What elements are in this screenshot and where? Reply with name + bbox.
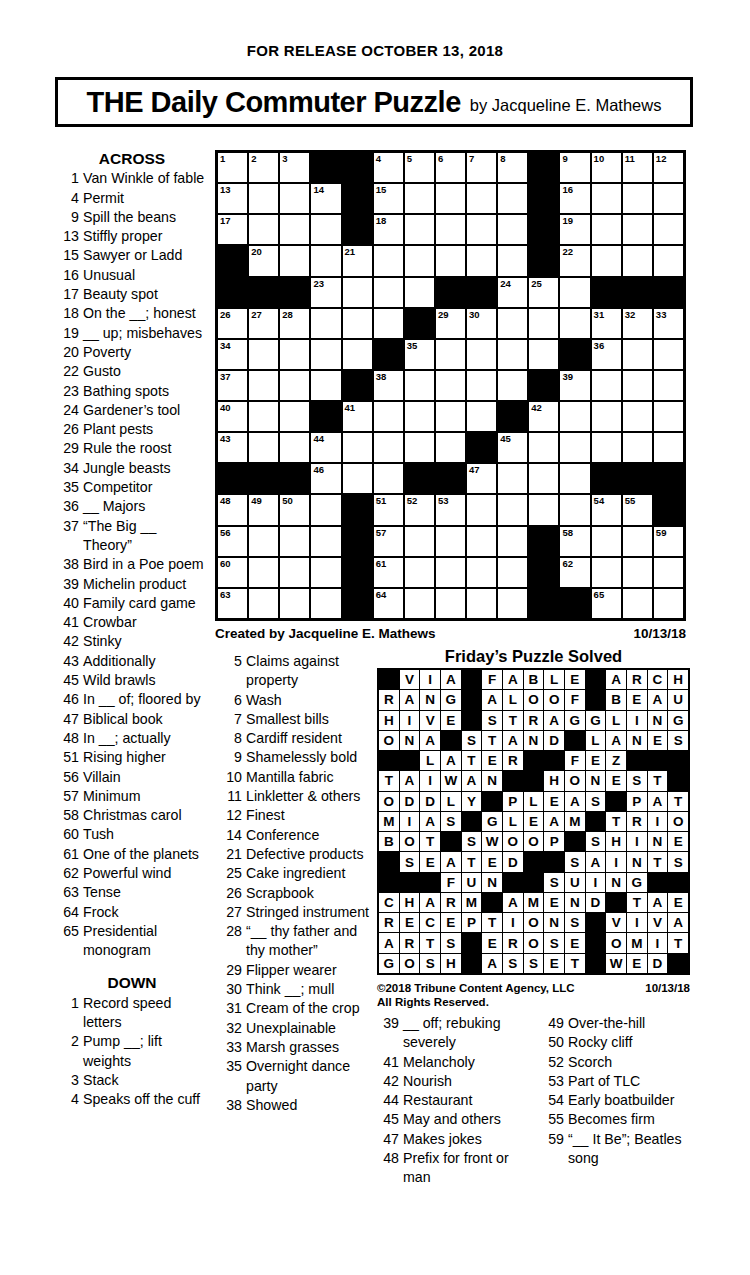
grid-cell[interactable] [436,184,465,213]
grid-cell[interactable]: 46 [311,464,340,493]
clue-number: 31 [220,999,242,1018]
grid-cell[interactable] [280,402,309,431]
grid-cell: A [648,893,668,912]
grid-cell[interactable]: 29 [436,309,465,338]
clue-number: 43 [57,652,79,671]
clue-number: 16 [57,266,79,285]
grid-cell[interactable]: 57 [374,527,403,556]
grid-cell[interactable]: 2 [249,153,278,182]
grid-cell[interactable]: 65 [592,589,621,618]
grid-cell[interactable]: 38 [374,371,403,400]
grid-cell[interactable] [436,402,465,431]
grid-cell[interactable]: 15 [374,184,403,213]
grid-cell[interactable] [560,278,589,307]
grid-cell[interactable] [374,309,403,338]
clue-text: Cream of the crop [246,999,373,1018]
clue-number: 34 [57,459,79,478]
black-cell [648,873,668,892]
grid-cell[interactable] [280,558,309,587]
grid-cell[interactable]: 9 [560,153,589,182]
grid-cell[interactable]: 28 [280,309,309,338]
grid-cell[interactable] [249,527,278,556]
grid-cell[interactable] [249,215,278,244]
grid-cell: N [544,913,564,932]
grid-cell: C [379,893,399,912]
grid-cell[interactable] [280,184,309,213]
clue-number: 9 [220,748,242,767]
grid-cell[interactable] [280,246,309,275]
cell-number: 46 [313,464,324,475]
grid-cell[interactable] [467,371,496,400]
grid-cell[interactable] [529,464,558,493]
grid-cell[interactable]: 16 [560,184,589,213]
grid-cell[interactable] [436,340,465,369]
down-clue-list-middle: 5Claims against property6Wash7Smallest b… [220,652,373,1115]
clue-number: 23 [57,382,79,401]
grid-cell[interactable] [498,215,527,244]
grid-cell: E [627,954,647,973]
grid-cell: I [606,852,626,871]
grid-cell[interactable]: 26 [218,309,247,338]
black-cell [586,812,606,831]
grid-cell[interactable] [311,527,340,556]
grid-cell[interactable] [623,402,652,431]
clue-row: 48Prefix for front or man [377,1149,535,1188]
grid-cell[interactable] [592,527,621,556]
grid-cell[interactable] [498,558,527,587]
grid-cell: D [586,893,606,912]
grid-cell[interactable]: 24 [498,278,527,307]
grid-cell: M [565,812,585,831]
clue-number: 3 [57,1071,79,1090]
grid-cell[interactable]: 3 [280,153,309,182]
clue-text: Overnight dance party [246,1057,373,1096]
grid-cell[interactable] [623,340,652,369]
clue-row: 44Restaurant [377,1091,535,1110]
clue-text: Tense [83,883,207,902]
clue-number: 45 [57,671,79,690]
grid-cell[interactable] [343,340,372,369]
grid-cell: S [668,731,688,750]
grid-cell[interactable] [436,558,465,587]
grid-cell[interactable] [311,340,340,369]
grid-cell[interactable] [467,527,496,556]
grid-cell[interactable] [592,246,621,275]
grid-cell[interactable]: 13 [218,184,247,213]
grid-cell: E [420,852,440,871]
grid-cell: P [544,832,564,851]
grid-cell[interactable] [405,402,434,431]
grid-cell[interactable] [436,589,465,618]
grid-cell[interactable] [529,433,558,462]
grid-cell[interactable]: 50 [280,495,309,524]
clue-text: Gardener’s tool [83,401,207,420]
grid-cell[interactable] [654,558,683,587]
grid-cell[interactable]: 14 [311,184,340,213]
grid-cell[interactable]: 6 [436,153,465,182]
grid-cell[interactable] [280,433,309,462]
grid-cell[interactable]: 31 [592,309,621,338]
grid-cell[interactable]: 34 [218,340,247,369]
grid-cell[interactable]: 23 [311,278,340,307]
grid-cell: G [441,690,461,709]
clue-text: Bathing spots [83,382,207,401]
cell-number: 18 [376,215,387,226]
grid-cell[interactable] [405,278,434,307]
grid-cell[interactable] [249,184,278,213]
grid-cell[interactable] [467,246,496,275]
black-cell [441,832,461,851]
clue-text: Stack [83,1071,207,1090]
grid-cell[interactable] [498,589,527,618]
grid-cell[interactable]: 1 [218,153,247,182]
grid-cell[interactable] [560,495,589,524]
cell-number: 34 [220,340,231,351]
grid-cell: E [524,812,544,831]
grid-cell[interactable] [498,495,527,524]
grid-cell[interactable] [467,558,496,587]
grid-cell[interactable] [343,464,372,493]
black-cell [560,589,589,618]
black-cell [462,670,482,689]
clue-number: 13 [57,227,79,246]
grid-cell[interactable] [249,371,278,400]
grid-cell[interactable]: 43 [218,433,247,462]
grid-cell[interactable] [405,589,434,618]
grid-cell[interactable] [592,433,621,462]
clue-text: Stinky [83,632,207,651]
black-cell [498,402,527,431]
grid-cell[interactable] [529,495,558,524]
grid-cell: V [648,913,668,932]
grid-cell: O [524,832,544,851]
grid-cell[interactable] [311,371,340,400]
grid-cell[interactable] [623,246,652,275]
grid-cell[interactable] [623,215,652,244]
grid-cell[interactable] [249,340,278,369]
grid-cell[interactable] [311,246,340,275]
grid-cell[interactable]: 64 [374,589,403,618]
grid-cell[interactable]: 19 [560,215,589,244]
grid-cell[interactable]: 51 [374,495,403,524]
black-cell [374,340,403,369]
grid-cell[interactable] [249,558,278,587]
cell-number: 7 [469,153,474,164]
grid-cell[interactable] [405,215,434,244]
black-cell [436,278,465,307]
grid-cell[interactable] [592,215,621,244]
down-clue-list-bottom-left: 39__ off; rebuking severely41Melancholy4… [377,1014,535,1188]
grid-cell[interactable]: 21 [343,246,372,275]
grid-cell[interactable] [280,340,309,369]
grid-cell: T [503,711,523,730]
grid-cell[interactable] [405,433,434,462]
grid-cell[interactable]: 60 [218,558,247,587]
grid-cell: I [586,873,606,892]
grid-cell[interactable] [623,433,652,462]
clue-number: 64 [57,903,79,922]
grid-cell[interactable] [467,340,496,369]
grid-cell[interactable] [405,527,434,556]
grid-cell: N [482,873,502,892]
grid-cell[interactable] [311,215,340,244]
grid-cell[interactable]: 10 [592,153,621,182]
grid-cell[interactable] [280,371,309,400]
grid-cell[interactable]: 37 [218,371,247,400]
grid-cell[interactable]: 35 [405,340,434,369]
grid-cell[interactable]: 59 [654,527,683,556]
grid-cell: S [503,954,523,973]
grid-cell[interactable] [498,527,527,556]
grid-cell[interactable] [405,558,434,587]
grid-cell[interactable] [405,371,434,400]
black-cell [379,873,399,892]
grid-cell[interactable]: 42 [529,402,558,431]
grid-cell: B [606,690,626,709]
grid-cell[interactable] [654,433,683,462]
grid-cell[interactable] [560,309,589,338]
grid-cell[interactable] [498,371,527,400]
grid-cell: E [544,893,564,912]
grid-cell[interactable] [374,433,403,462]
clue-row: 45May and others [377,1110,535,1129]
grid-cell[interactable]: 54 [592,495,621,524]
grid-cell[interactable]: 39 [560,371,589,400]
grid-cell[interactable] [436,215,465,244]
grid-cell[interactable] [654,340,683,369]
grid-cell[interactable] [436,246,465,275]
grid-cell[interactable] [467,589,496,618]
cell-number: 54 [594,495,605,506]
grid-cell[interactable]: 62 [560,558,589,587]
clue-row: 35Overnight dance party [220,1057,373,1096]
grid-cell[interactable] [498,340,527,369]
grid-cell: N [524,731,544,750]
grid-cell[interactable]: 4 [374,153,403,182]
grid-cell[interactable] [654,215,683,244]
grid-cell[interactable]: 20 [249,246,278,275]
cell-number: 49 [251,495,262,506]
black-cell [379,852,399,871]
cell-number: 56 [220,527,231,538]
grid-cell[interactable] [311,589,340,618]
grid-cell[interactable]: 47 [467,464,496,493]
grid-cell: T [379,771,399,790]
grid-cell: G [627,873,647,892]
grid-cell[interactable] [280,589,309,618]
grid-cell: D [420,792,440,811]
clue-text: Villain [83,768,207,787]
grid-cell[interactable] [374,464,403,493]
grid-cell[interactable]: 17 [218,215,247,244]
puzzle-date: 10/13/18 [633,626,686,641]
clue-number: 56 [57,768,79,787]
clue-row: 21Defective products [220,845,373,864]
grid-cell[interactable]: 55 [623,495,652,524]
clue-number: 20 [57,343,79,362]
clue-text: Part of TLC [568,1072,689,1091]
grid-cell[interactable] [405,246,434,275]
grid-cell: Y [462,792,482,811]
clue-text: Bird in a Poe poem [83,555,207,574]
grid-cell[interactable] [529,340,558,369]
grid-cell[interactable] [498,246,527,275]
grid-cell[interactable] [654,589,683,618]
grid-cell: A [482,954,502,973]
grid-cell[interactable] [249,402,278,431]
grid-cell: V [420,711,440,730]
grid-cell[interactable]: 56 [218,527,247,556]
grid-cell[interactable] [280,215,309,244]
grid-cell: A [503,893,523,912]
clue-row: 57Minimum [57,787,207,806]
clue-text: Sawyer or Ladd [83,246,207,265]
grid-cell[interactable]: 5 [405,153,434,182]
cell-number: 64 [376,589,387,600]
clue-row: 1Van Winkle of fable [57,169,207,188]
black-cell [482,792,502,811]
grid-cell[interactable] [654,371,683,400]
clue-row: 48In __; actually [57,729,207,748]
grid-cell[interactable] [654,184,683,213]
grid-cell[interactable]: 12 [654,153,683,182]
grid-cell[interactable] [343,278,372,307]
grid-cell[interactable] [560,433,589,462]
grid-cell[interactable] [374,402,403,431]
grid-cell[interactable]: 44 [311,433,340,462]
black-cell [400,873,420,892]
grid-cell[interactable]: 63 [218,589,247,618]
grid-cell[interactable]: 48 [218,495,247,524]
grid-cell[interactable] [592,558,621,587]
cell-number: 39 [562,371,573,382]
clue-number: 48 [377,1149,399,1188]
clue-row: 60Tush [57,825,207,844]
cell-number: 37 [220,371,231,382]
clue-number: 50 [542,1033,564,1052]
clue-row: 52Scorch [542,1053,689,1072]
grid-cell[interactable] [343,433,372,462]
grid-cell[interactable]: 49 [249,495,278,524]
cell-number: 58 [562,527,573,538]
grid-cell: O [524,690,544,709]
grid-cell[interactable] [498,464,527,493]
grid-cell[interactable] [249,589,278,618]
grid-cell[interactable] [311,558,340,587]
grid-cell[interactable]: 36 [592,340,621,369]
grid-cell[interactable] [249,433,278,462]
grid-cell: B [524,670,544,689]
grid-cell[interactable] [311,495,340,524]
cell-number: 25 [531,278,542,289]
grid-cell[interactable] [498,309,527,338]
grid-cell[interactable]: 11 [623,153,652,182]
clue-number: 39 [57,575,79,594]
grid-cell[interactable]: 25 [529,278,558,307]
grid-cell: F [565,690,585,709]
grid-cell[interactable]: 32 [623,309,652,338]
grid-cell[interactable] [467,184,496,213]
grid-cell[interactable] [623,527,652,556]
grid-cell[interactable] [560,402,589,431]
black-cell [586,670,606,689]
grid-cell[interactable]: 58 [560,527,589,556]
grid-cell[interactable]: 27 [249,309,278,338]
clue-row: 47Makes jokes [377,1130,535,1149]
black-cell [405,309,434,338]
grid-cell[interactable]: 33 [654,309,683,338]
clue-text: Scrapbook [246,884,373,903]
grid-cell[interactable]: 41 [343,402,372,431]
clue-row: 38Showed [220,1096,373,1115]
grid-cell[interactable] [374,246,403,275]
grid-cell[interactable] [623,589,652,618]
black-cell [218,464,247,493]
clue-number: 57 [57,787,79,806]
grid-cell: D [648,954,668,973]
grid-cell[interactable]: 18 [374,215,403,244]
grid-cell[interactable] [374,278,403,307]
grid-cell[interactable] [343,309,372,338]
grid-cell[interactable] [280,527,309,556]
grid-cell[interactable] [311,309,340,338]
grid-cell[interactable]: 45 [498,433,527,462]
grid-cell[interactable]: 22 [560,246,589,275]
grid-cell: P [462,913,482,932]
grid-cell[interactable]: 53 [436,495,465,524]
black-cell [627,751,647,770]
puzzle-title: THE Daily Commuter Puzzle [87,86,461,119]
grid-cell[interactable]: 30 [467,309,496,338]
grid-cell[interactable] [623,558,652,587]
grid-cell[interactable]: 61 [374,558,403,587]
grid-cell[interactable] [592,402,621,431]
clue-number: 41 [57,613,79,632]
grid-cell[interactable] [623,184,652,213]
clue-number: 52 [542,1053,564,1072]
grid-cell[interactable] [623,371,652,400]
grid-cell[interactable] [592,371,621,400]
grid-cell[interactable]: 8 [498,153,527,182]
grid-cell[interactable] [560,464,589,493]
grid-cell: O [379,731,399,750]
grid-cell[interactable] [654,246,683,275]
byline: by Jacqueline E. Mathews [470,96,662,115]
grid-cell[interactable] [405,184,434,213]
grid-cell: H [544,771,564,790]
grid-cell[interactable] [592,184,621,213]
grid-cell[interactable]: 40 [218,402,247,431]
clue-number: 60 [57,825,79,844]
grid-cell: O [524,913,544,932]
grid-cell[interactable]: 7 [467,153,496,182]
grid-cell[interactable] [654,402,683,431]
grid-cell[interactable] [436,433,465,462]
clue-number: 12 [220,806,242,825]
grid-cell[interactable] [529,309,558,338]
grid-cell[interactable] [436,527,465,556]
grid-cell[interactable]: 52 [405,495,434,524]
grid-cell[interactable] [467,215,496,244]
grid-cell[interactable] [467,495,496,524]
grid-cell: E [482,751,502,770]
grid-cell[interactable] [436,371,465,400]
cell-number: 38 [376,371,387,382]
clue-number: 47 [377,1130,399,1149]
grid-cell: E [565,670,585,689]
grid-cell[interactable] [467,402,496,431]
grid-cell[interactable] [498,184,527,213]
